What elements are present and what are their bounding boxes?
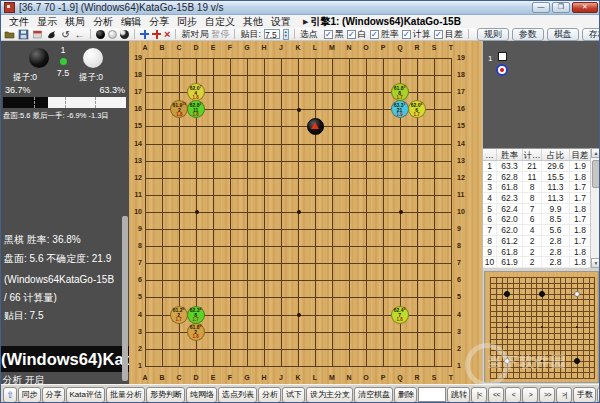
coord-row-label: 15: [129, 122, 142, 130]
mini-grid-line: [565, 277, 566, 379]
score-line: 盘面:5.6 最后一手: -6.9% -1.3目: [3, 111, 129, 121]
mini-white-stone-Q16: [574, 291, 580, 297]
coord-row-label: 16: [129, 105, 142, 113]
mini-grid-line: [490, 333, 595, 334]
table-cell: 11.3: [542, 193, 570, 203]
table-cell: 15.5: [542, 172, 570, 182]
grid-line: [349, 58, 350, 367]
stat-score-uncertainty: 盘面: 5.6 不确定度: 21.9: [4, 252, 120, 266]
coord-row-label: 12: [129, 174, 142, 182]
coord-row-label: 19: [129, 54, 142, 62]
coord-col-label: F: [225, 374, 235, 382]
button-删除[interactable]: 删除: [394, 387, 417, 403]
table-cell: 1.7: [570, 182, 591, 192]
winrate-bar: [3, 97, 126, 108]
table-row[interactable]: 961.822.81.8: [483, 247, 600, 258]
checkbox-胜率[interactable]: ✓胜率: [370, 28, 399, 41]
table-cell: 2: [483, 172, 497, 182]
undo-icon[interactable]: ↺: [60, 29, 71, 40]
coord-row-label: 18: [129, 71, 142, 79]
left-panel-scrollbar[interactable]: [122, 216, 128, 381]
last-move-marker: [311, 122, 319, 129]
white-player-stone: [83, 48, 103, 68]
coord-col-label: C: [174, 374, 184, 382]
col-header-4[interactable]: 目差: [570, 149, 591, 160]
col-header-3[interactable]: 占比: [542, 149, 570, 160]
stat-komi: 贴目: 7.5: [4, 309, 120, 323]
share-bird-icon[interactable]: [46, 29, 57, 40]
window-title: [36.7 70 -1.9] (Windows64)KataGo-15B 19 …: [19, 2, 224, 13]
menu-分析[interactable]: 分析: [89, 15, 117, 29]
minimize-button[interactable]: —: [532, 2, 550, 13]
coord-col-label: F: [225, 44, 235, 52]
star-point: [297, 210, 301, 214]
candidate-move-D4[interactable]: 62.3481.7: [187, 306, 205, 324]
check-icon[interactable]: ✓: [434, 30, 443, 39]
checkbox-label: 白: [358, 28, 367, 41]
coord-col-label: L: [310, 374, 320, 382]
button-试下[interactable]: 试下: [282, 387, 305, 403]
tree-root-node[interactable]: [498, 52, 507, 61]
candidate-table[interactable]: …胜率计…占比目差 163.32129.61.9262.81115.51.836…: [483, 148, 600, 268]
table-cell: 1.8: [570, 225, 591, 235]
table-cell: 1.8: [570, 247, 591, 257]
table-row[interactable]: 361.8811.31.7: [483, 182, 600, 193]
coord-col-label: B: [157, 374, 167, 382]
toolbar-separator: [234, 29, 235, 39]
coord-row-label: 13: [457, 157, 470, 165]
mini-grid-line: [571, 277, 572, 379]
coord-row-label: 2: [457, 345, 470, 353]
table-row[interactable]: 462.3811.31.7: [483, 193, 600, 204]
mini-white-stone-D4: [504, 358, 510, 364]
table-cell: 1.7: [570, 193, 591, 203]
table-cell: 8.5: [542, 214, 570, 224]
table-cell: 7: [523, 204, 542, 214]
mini-grid-line: [490, 339, 595, 340]
star-point: [195, 210, 199, 214]
menu-文件[interactable]: 文件: [5, 15, 33, 29]
coord-col-label: K: [293, 44, 303, 52]
scrollbar-thumb[interactable]: [592, 160, 600, 188]
table-row[interactable]: 163.32129.61.9: [483, 161, 600, 172]
checkbox-label: 胜率: [381, 28, 399, 41]
scroll-up-icon[interactable]: ▲: [591, 148, 600, 158]
coord-col-label: E: [208, 374, 218, 382]
grid-line: [145, 229, 452, 230]
checkbox-白[interactable]: ✓白: [347, 28, 367, 41]
coord-col-label: C: [174, 44, 184, 52]
grid-line: [145, 246, 452, 247]
coord-col-label: P: [378, 374, 388, 382]
grid-line: [383, 58, 384, 367]
coord-row-label: 6: [129, 276, 142, 284]
game-tree[interactable]: 1: [483, 41, 600, 148]
mini-grid-line: [583, 277, 584, 379]
open-icon[interactable]: [4, 29, 15, 40]
check-icon[interactable]: ✓: [324, 30, 333, 39]
button-批量分析[interactable]: 批量分析: [106, 387, 145, 403]
menu-自定义[interactable]: 自定义: [201, 15, 239, 29]
table-cell: 63.3: [497, 161, 523, 171]
table-row[interactable]: 662.068.51.7: [483, 214, 600, 225]
button-棋盘[interactable]: 棋盘: [547, 28, 579, 41]
table-cell: 1.8: [570, 172, 591, 182]
new-game-button[interactable]: 新对局: [181, 28, 208, 41]
candidate-stats: 61.91021.8: [172, 101, 186, 117]
grid-line: [315, 58, 316, 367]
move-number: 1: [53, 45, 73, 55]
checkbox-目差[interactable]: ✓目差: [434, 28, 463, 41]
coord-row-label: 11: [457, 191, 470, 199]
nav-back-button[interactable]: <: [505, 387, 521, 403]
coord-row-label: 8: [457, 242, 470, 250]
white-stone-icon[interactable]: [108, 30, 117, 39]
button-参数[interactable]: 参数: [512, 28, 544, 41]
table-cell: 11: [523, 172, 542, 182]
button-选点列表[interactable]: 选点列表: [218, 387, 257, 403]
coord-row-label: 16: [457, 105, 470, 113]
coord-col-label: D: [191, 44, 201, 52]
back-icon[interactable]: ←: [74, 29, 85, 40]
table-cell: 61.8: [497, 182, 523, 192]
candidate-table-header: …胜率计…占比目差: [483, 149, 600, 161]
coord-row-label: 10: [129, 208, 142, 216]
col-header-2[interactable]: 计…: [523, 149, 542, 160]
candidate-move-D17[interactable]: 62.0741.8: [187, 83, 205, 101]
mini-black-stone-Q4: [574, 358, 580, 364]
coord-row-label: 17: [129, 88, 142, 96]
button-存档[interactable]: 存档: [582, 28, 600, 41]
check-icon[interactable]: ✓: [370, 30, 379, 39]
coord-col-label: M: [327, 374, 337, 382]
button-手数[interactable]: 手数: [573, 387, 596, 403]
button-规则[interactable]: 规则: [477, 28, 509, 41]
table-cell: 8: [523, 193, 542, 203]
jump-move-input[interactable]: [418, 387, 446, 402]
coord-row-label: 4: [457, 311, 470, 319]
maximize-button[interactable]: ❐: [552, 2, 570, 13]
check-icon[interactable]: ✓: [347, 30, 356, 39]
coord-row-label: 1: [129, 362, 142, 370]
grid-line: [145, 263, 452, 264]
candidates-label: 选点: [300, 28, 318, 41]
table-cell: 5: [483, 204, 497, 214]
table-scrollbar[interactable]: ▲ ▼: [590, 148, 600, 268]
table-cell: 1.7: [570, 214, 591, 224]
table-cell: 62.3: [497, 193, 523, 203]
table-cell: 61.8: [497, 247, 523, 257]
table-cell: 1.7: [570, 236, 591, 246]
candidate-move-D3[interactable]: 61.8921.8: [187, 323, 205, 341]
candidate-stats: 63.31211.9: [394, 101, 406, 117]
button-清空棋盘[interactable]: 清空棋盘: [354, 387, 393, 403]
coord-col-label: H: [259, 374, 269, 382]
table-cell: 6: [523, 214, 542, 224]
button-形势判断[interactable]: 形势判断: [146, 387, 185, 403]
coord-col-label: S: [429, 44, 439, 52]
candidate-stats: 62.0661.7: [411, 101, 423, 117]
table-cell: 2: [523, 257, 542, 267]
candidate-move-C16[interactable]: 61.91021.8: [170, 100, 188, 118]
app-icon: [4, 2, 15, 13]
nav-forward10-button[interactable]: >>: [539, 387, 555, 403]
coord-row-label: 15: [457, 122, 470, 130]
table-cell: 9: [483, 247, 497, 257]
mini-grid-line: [490, 367, 595, 368]
candidate-move-Q17[interactable]: 61.8381.7: [391, 83, 409, 101]
coord-row-label: 19: [457, 54, 470, 62]
menu-其他[interactable]: 其他: [239, 15, 267, 29]
save-icon[interactable]: [18, 29, 29, 40]
jump-button[interactable]: 跳转: [447, 387, 470, 403]
title-bar[interactable]: [36.7 70 -1.9] (Windows64)KataGo-15B 19 …: [1, 1, 600, 15]
button-纯网络[interactable]: 纯网络: [186, 387, 217, 403]
menu-编辑[interactable]: 编辑: [117, 15, 145, 29]
toolbar-separator: [294, 29, 295, 39]
table-cell: 2: [523, 247, 542, 257]
candidate-stats: 61.8921.8: [190, 324, 202, 340]
table-cell: 8: [523, 182, 542, 192]
scroll-down-icon[interactable]: ▼: [591, 258, 600, 268]
menu-设置[interactable]: 设置: [267, 15, 295, 29]
nav-forward-button[interactable]: >: [522, 387, 538, 403]
grid-line: [332, 58, 333, 367]
table-cell: 8: [483, 236, 497, 246]
coord-row-label: 17: [457, 88, 470, 96]
coord-row-label: 14: [129, 140, 142, 148]
main-toolbar: ↺ ← × 新对局 暂停 贴目: 7.5 ▲▼ 选点 ✓黑✓白✓胜率✓计算✓目差…: [1, 28, 600, 41]
coord-col-label: A: [140, 374, 150, 382]
red-cross-icon[interactable]: [152, 30, 161, 39]
blue-cross-icon[interactable]: [140, 30, 149, 39]
mini-grid-line: [490, 355, 595, 356]
button-同步[interactable]: 同步: [18, 387, 41, 403]
table-cell: 2.8: [542, 257, 570, 267]
table-cell: 1.9: [570, 161, 591, 171]
candidate-stats: 62.82111.8: [190, 101, 202, 117]
table-row[interactable]: 762.045.61.8: [483, 225, 600, 236]
info-panel: 1 7.5 提子:0 提子:0 36.7% 63.3% 盘面:5.6 最后一手:…: [1, 41, 129, 384]
table-cell: 61.2: [497, 236, 523, 246]
table-cell: 62.4: [497, 204, 523, 214]
star-point: [297, 313, 301, 317]
candidate-move-D16[interactable]: 62.82111.8: [187, 100, 205, 118]
delete-x-icon[interactable]: ×: [164, 30, 170, 39]
candidate-move-Q4[interactable]: 62.4571.8: [391, 306, 409, 324]
coord-row-label: 13: [129, 157, 142, 165]
candidate-move-C4[interactable]: 61.2821.7: [170, 306, 188, 324]
coord-row-label: 5: [129, 293, 142, 301]
coord-row-label: 7: [129, 259, 142, 267]
coord-row-label: 10: [457, 208, 470, 216]
white-captures: 提子:0: [79, 72, 103, 84]
stat-black-winrate: 黑棋 胜率: 36.8%: [4, 233, 120, 247]
half-stone-icon[interactable]: [120, 30, 129, 39]
white-winrate: 63.3%: [99, 85, 125, 95]
table-cell: 6: [483, 214, 497, 224]
coord-col-label: M: [327, 44, 337, 52]
mini-grid-line: [490, 372, 595, 373]
toolbar-separator: [90, 29, 91, 39]
mini-grid-line: [490, 344, 595, 345]
tree-move-number: 1: [488, 54, 492, 63]
table-cell: 11.3: [542, 182, 570, 192]
button-分享[interactable]: 分享: [42, 387, 65, 403]
table-cell: 4: [523, 225, 542, 235]
table-cell: 62.0: [497, 225, 523, 235]
table-cell: 1: [483, 161, 497, 171]
table-cell: 62.0: [497, 214, 523, 224]
table-row[interactable]: 262.81115.51.8: [483, 172, 600, 183]
table-cell: 3: [483, 182, 497, 192]
stat-engine-visits: (Windows64KataGo-15B / 66 计算量): [4, 271, 118, 307]
checkbox-label: 目差: [445, 28, 463, 41]
turn-indicator-dot: [60, 58, 67, 65]
table-cell: 2.8: [542, 236, 570, 246]
table-cell: 9.9: [542, 204, 570, 214]
edit-board-icon[interactable]: [32, 29, 43, 40]
close-button[interactable]: ✕: [572, 2, 598, 13]
coord-col-label: Q: [395, 44, 405, 52]
table-cell: 2: [523, 236, 542, 246]
tree-current-node[interactable]: [496, 64, 508, 76]
table-cell: 1.8: [570, 204, 591, 214]
engine-name-banner: (Windows64)Kata: [1, 346, 129, 372]
komi-value: 7.5: [53, 68, 73, 78]
black-player-stone: [29, 48, 49, 68]
nav-back10-button[interactable]: <<: [488, 387, 504, 403]
col-header-0[interactable]: …: [483, 149, 497, 160]
coord-col-label: O: [361, 44, 371, 52]
coord-col-label: D: [191, 374, 201, 382]
table-cell: 5.6: [542, 225, 570, 235]
candidate-stats: 62.4571.8: [394, 307, 406, 323]
coord-col-label: H: [259, 44, 269, 52]
komi-input[interactable]: 7.5: [264, 29, 280, 39]
toolbar-separator: [134, 29, 135, 39]
grid-line: [366, 58, 367, 367]
nav-last-button[interactable]: >|: [556, 387, 572, 403]
coord-col-label: N: [344, 44, 354, 52]
toolbar-separator: [175, 29, 176, 39]
coord-col-label: T: [446, 374, 456, 382]
mini-grid-line: [594, 277, 595, 379]
candidate-move-R16[interactable]: 62.0661.7: [408, 100, 426, 118]
table-row[interactable]: 861.222.81.7: [483, 236, 600, 247]
nav-first-button[interactable]: |<: [471, 387, 487, 403]
coord-col-label: T: [446, 44, 456, 52]
button-分析[interactable]: 分析: [258, 387, 281, 403]
app-window: [36.7 70 -1.9] (Windows64)KataGo-15B 19 …: [0, 0, 600, 403]
grid-line: [145, 280, 452, 281]
checkbox-黑[interactable]: ✓黑: [324, 28, 344, 41]
candidate-stats: 61.2821.7: [173, 307, 185, 323]
coord-col-label: G: [242, 44, 252, 52]
coord-col-label: B: [157, 44, 167, 52]
right-panel: 1 …胜率计…占比目差 163.32129.61.9262.81115.51.8…: [482, 41, 600, 384]
coord-col-label: O: [361, 374, 371, 382]
engine-label: 引擎1: (Windows64)KataGo-15B: [310, 15, 460, 29]
coord-col-label: P: [378, 44, 388, 52]
coord-col-label: S: [429, 374, 439, 382]
black-winrate: 36.7%: [5, 85, 31, 95]
candidate-move-Q16[interactable]: 63.31211.9: [391, 100, 409, 118]
candidate-stats: 62.0741.8: [190, 84, 202, 100]
coord-col-label: G: [242, 374, 252, 382]
table-row[interactable]: 1061.922.81.8: [483, 257, 600, 268]
coord-row-label: 8: [129, 242, 142, 250]
mini-black-stone-K16: [539, 291, 545, 297]
grid-line: [145, 366, 452, 367]
button-设为主分支[interactable]: 设为主分支: [306, 387, 353, 403]
grid-line: [434, 58, 435, 367]
black-stone-icon[interactable]: [96, 30, 105, 39]
menu-分享[interactable]: 分享: [145, 15, 173, 29]
coord-row-label: 4: [129, 311, 142, 319]
coord-row-label: 6: [457, 276, 470, 284]
table-cell: 4: [483, 193, 497, 203]
table-cell: 7: [483, 225, 497, 235]
star-point: [297, 108, 301, 112]
coord-col-label: Q: [395, 374, 405, 382]
mini-grid-line: [560, 277, 561, 379]
coord-col-label: R: [412, 44, 422, 52]
komi-label: 贴目:: [240, 28, 261, 41]
table-row[interactable]: 562.479.91.8: [483, 204, 600, 215]
coord-col-label: R: [412, 374, 422, 382]
candidate-stats: 62.3481.7: [190, 307, 202, 323]
mini-grid-line: [548, 277, 549, 379]
coord-row-label: 14: [457, 140, 470, 148]
coord-col-label: K: [293, 374, 303, 382]
coord-row-label: 2: [129, 345, 142, 353]
go-board[interactable]: AABBCCDDEEFFGGHHJJKKLLMMNNOOPPQQRRSSTT19…: [129, 41, 482, 384]
menu-棋局[interactable]: 棋局: [61, 15, 89, 29]
coord-col-label: E: [208, 44, 218, 52]
table-cell: 21: [523, 161, 542, 171]
grid-line: [145, 349, 452, 350]
table-cell: 61.9: [497, 257, 523, 267]
candidate-stats: 61.8381.7: [394, 84, 406, 100]
up-arrow-icon[interactable]: ⇧: [3, 387, 17, 403]
coord-col-label: J: [276, 44, 286, 52]
check-icon[interactable]: ✓: [402, 30, 411, 39]
coord-col-label: L: [310, 44, 320, 52]
coord-row-label: 9: [129, 225, 142, 233]
checkbox-label: 计算: [413, 28, 431, 41]
coord-row-label: 5: [457, 293, 470, 301]
coord-row-label: 18: [457, 71, 470, 79]
col-header-1[interactable]: 胜率: [497, 149, 523, 160]
button-Kata评估[interactable]: Kata评估: [66, 387, 105, 403]
coord-row-label: 11: [129, 191, 142, 199]
star-point: [399, 210, 403, 214]
play-icon: ▶: [303, 18, 308, 26]
menu-显示[interactable]: 显示: [33, 15, 61, 29]
mini-board[interactable]: [484, 271, 599, 383]
mini-grid-line: [589, 277, 590, 379]
checkbox-label: 黑: [335, 28, 344, 41]
menu-同步[interactable]: 同步: [173, 15, 201, 29]
coord-row-label: 3: [129, 328, 142, 336]
menu-bar: 文件显示棋局分析编辑分享同步自定义其他设置 ▶ 引擎1: (Windows64)…: [1, 15, 600, 28]
coord-col-label: A: [140, 44, 150, 52]
mini-grid-line: [490, 350, 595, 351]
komi-spinner[interactable]: ▲▼: [283, 29, 289, 40]
checkbox-计算[interactable]: ✓计算: [402, 28, 431, 41]
pause-button[interactable]: 暂停: [211, 28, 229, 41]
